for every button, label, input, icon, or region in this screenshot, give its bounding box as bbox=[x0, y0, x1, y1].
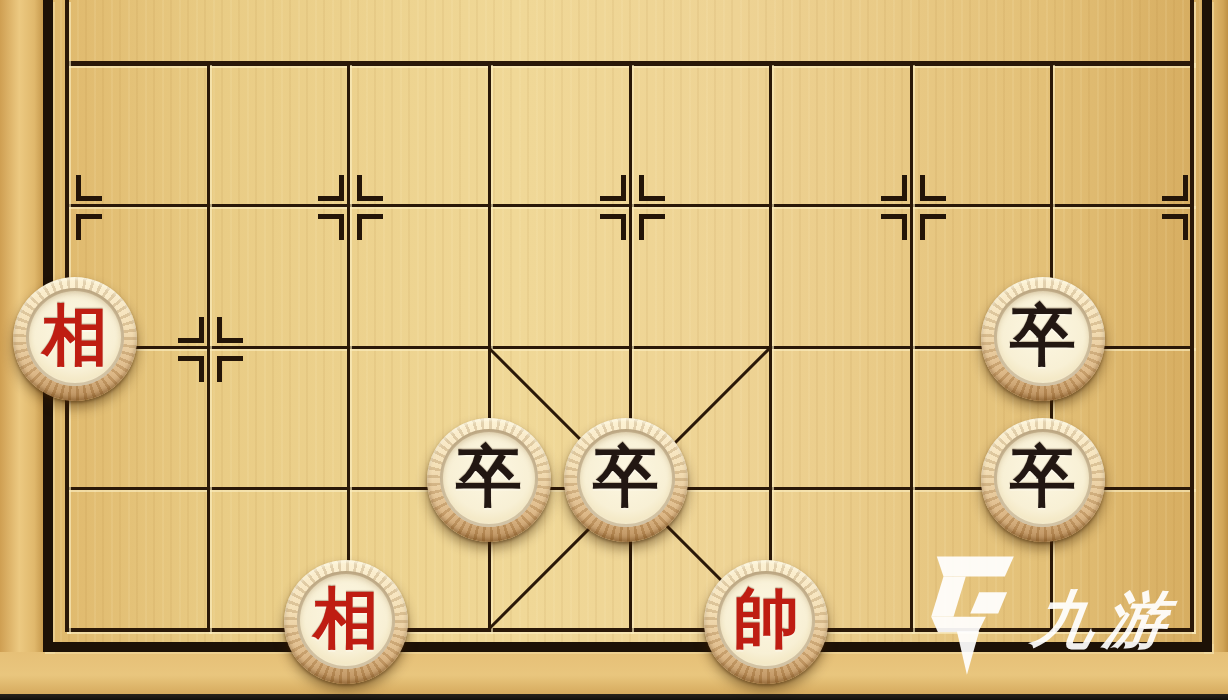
piece-face: 帥 bbox=[717, 571, 815, 669]
marker-arm-br bbox=[217, 356, 243, 382]
piece-red-elephant-a3[interactable]: 相 bbox=[13, 277, 137, 401]
piece-face: 卒 bbox=[440, 429, 538, 527]
marker-arm-br bbox=[357, 214, 383, 240]
piece-face: 卒 bbox=[994, 429, 1092, 527]
marker-arm-tl bbox=[600, 175, 626, 201]
file-line-7 bbox=[910, 63, 913, 632]
marker-arm-tr bbox=[357, 175, 383, 201]
piece-face: 卒 bbox=[994, 288, 1092, 386]
marker-arm-tl bbox=[1162, 175, 1188, 201]
marker-arm-bl bbox=[600, 214, 626, 240]
xiangqi-board-scene: 相卒卒卒卒相帥 九游 bbox=[0, 0, 1228, 700]
marker-arm-br bbox=[639, 214, 665, 240]
outer-border-bottom bbox=[43, 642, 1212, 652]
piece-glyph-black: 卒 bbox=[593, 444, 659, 510]
piece-black-soldier-h2[interactable]: 卒 bbox=[981, 418, 1105, 542]
piece-black-soldier-e2[interactable]: 卒 bbox=[564, 418, 688, 542]
piece-red-general-f1[interactable]: 帥 bbox=[704, 560, 828, 684]
marker-arm-tl bbox=[881, 175, 907, 201]
file-line-9 bbox=[1190, 0, 1194, 632]
marker-arm-bl bbox=[1162, 214, 1188, 240]
board-bottom-margin bbox=[0, 652, 1228, 694]
piece-glyph-red: 相 bbox=[313, 586, 379, 652]
piece-glyph-red: 相 bbox=[42, 303, 108, 369]
marker-arm-br bbox=[76, 214, 102, 240]
marker-arm-tr bbox=[639, 175, 665, 201]
outer-border-right bbox=[1202, 0, 1212, 652]
marker-arm-tr bbox=[217, 317, 243, 343]
marker-arm-bl bbox=[318, 214, 344, 240]
piece-black-soldier-h3[interactable]: 卒 bbox=[981, 277, 1105, 401]
marker-arm-br bbox=[920, 214, 946, 240]
board-right-margin bbox=[1212, 0, 1228, 700]
piece-face: 卒 bbox=[577, 429, 675, 527]
marker-arm-bl bbox=[881, 214, 907, 240]
marker-arm-tr bbox=[920, 175, 946, 201]
piece-glyph-black: 卒 bbox=[1010, 303, 1076, 369]
file-line-5 bbox=[629, 63, 632, 632]
piece-face: 相 bbox=[297, 571, 395, 669]
marker-arm-tl bbox=[318, 175, 344, 201]
file-line-2 bbox=[207, 63, 210, 632]
marker-arm-bl bbox=[178, 356, 204, 382]
table-edge-band bbox=[0, 694, 1228, 700]
piece-black-soldier-d2[interactable]: 卒 bbox=[427, 418, 551, 542]
piece-glyph-black: 卒 bbox=[1010, 444, 1076, 510]
marker-arm-tl bbox=[178, 317, 204, 343]
file-line-3 bbox=[347, 63, 350, 632]
piece-glyph-black: 卒 bbox=[456, 444, 522, 510]
piece-face: 相 bbox=[26, 288, 124, 386]
piece-red-elephant-c1[interactable]: 相 bbox=[284, 560, 408, 684]
piece-glyph-red: 帥 bbox=[733, 586, 799, 652]
marker-arm-tr bbox=[76, 175, 102, 201]
